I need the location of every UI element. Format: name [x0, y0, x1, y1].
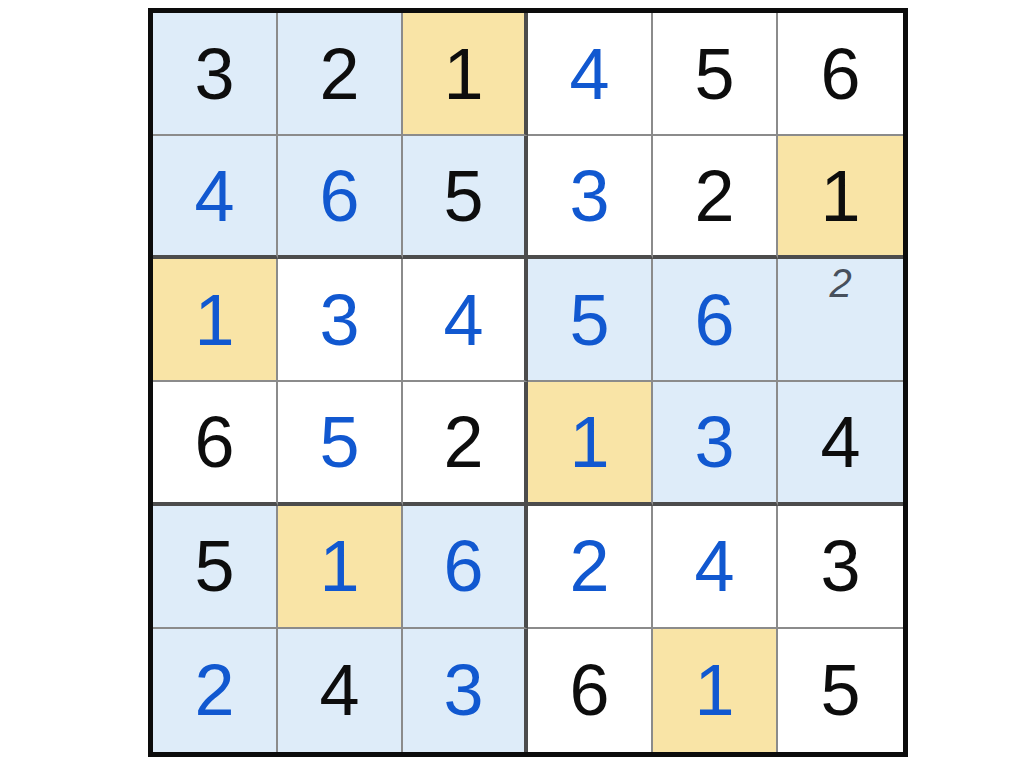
cell-value: 1: [194, 284, 234, 356]
page: 321456465321134562652134516243243615: [0, 0, 1024, 771]
cell-r4c5[interactable]: 3: [653, 382, 778, 505]
cell-value: 3: [443, 654, 483, 726]
cell-r3c3[interactable]: 4: [403, 259, 528, 382]
cell-r6c2[interactable]: 4: [278, 629, 403, 752]
cell-value: 4: [569, 38, 609, 110]
cell-value: 6: [443, 530, 483, 602]
cell-r3c6[interactable]: 2: [778, 259, 903, 382]
cell-r6c6[interactable]: 5: [778, 629, 903, 752]
cell-r2c5[interactable]: 2: [653, 136, 778, 259]
cell-value: 2: [443, 406, 483, 478]
cell-r5c2[interactable]: 1: [278, 506, 403, 629]
cell-r1c3[interactable]: 1: [403, 13, 528, 136]
cell-value: 2: [569, 530, 609, 602]
cell-r6c1[interactable]: 2: [153, 629, 278, 752]
cell-r6c5[interactable]: 1: [653, 629, 778, 752]
cell-value: 4: [319, 654, 359, 726]
cell-r2c2[interactable]: 6: [278, 136, 403, 259]
cell-r4c1[interactable]: 6: [153, 382, 278, 505]
cell-r4c3[interactable]: 2: [403, 382, 528, 505]
cell-r3c4[interactable]: 5: [528, 259, 653, 382]
cell-value: 3: [319, 284, 359, 356]
cell-value: 2: [319, 38, 359, 110]
cell-r1c1[interactable]: 3: [153, 13, 278, 136]
cell-value: 5: [694, 38, 734, 110]
cell-r3c1[interactable]: 1: [153, 259, 278, 382]
cell-r1c4[interactable]: 4: [528, 13, 653, 136]
cell-value: 1: [569, 406, 609, 478]
cell-r2c4[interactable]: 3: [528, 136, 653, 259]
cell-value: 1: [319, 530, 359, 602]
cell-r1c5[interactable]: 5: [653, 13, 778, 136]
cell-r4c2[interactable]: 5: [278, 382, 403, 505]
cell-value: 2: [194, 654, 234, 726]
cell-value: 1: [694, 654, 734, 726]
cell-value: 5: [194, 530, 234, 602]
cell-value: 4: [694, 530, 734, 602]
cell-r5c5[interactable]: 4: [653, 506, 778, 629]
cell-r6c4[interactable]: 6: [528, 629, 653, 752]
cell-value: 6: [694, 284, 734, 356]
cell-r4c6[interactable]: 4: [778, 382, 903, 505]
cell-value: 3: [820, 530, 860, 602]
cell-value: 2: [694, 160, 734, 232]
cell-value: 3: [569, 160, 609, 232]
cell-r1c2[interactable]: 2: [278, 13, 403, 136]
cell-r5c3[interactable]: 6: [403, 506, 528, 629]
cell-value: 4: [194, 160, 234, 232]
cell-r6c3[interactable]: 3: [403, 629, 528, 752]
cell-value: 5: [443, 160, 483, 232]
cell-r3c2[interactable]: 3: [278, 259, 403, 382]
cell-value: 1: [820, 160, 860, 232]
sudoku-board: 321456465321134562652134516243243615: [148, 8, 908, 757]
cell-value: 3: [194, 38, 234, 110]
cell-r5c1[interactable]: 5: [153, 506, 278, 629]
cell-value: 6: [820, 38, 860, 110]
cell-r2c6[interactable]: 1: [778, 136, 903, 259]
cell-r2c1[interactable]: 4: [153, 136, 278, 259]
cell-r1c6[interactable]: 6: [778, 13, 903, 136]
cell-r2c3[interactable]: 5: [403, 136, 528, 259]
cell-value: 6: [194, 406, 234, 478]
cell-value: 4: [820, 406, 860, 478]
cell-value: 5: [319, 406, 359, 478]
pencil-note: 2: [829, 263, 851, 303]
cell-r5c4[interactable]: 2: [528, 506, 653, 629]
cell-value: 6: [319, 160, 359, 232]
cell-r5c6[interactable]: 3: [778, 506, 903, 629]
cell-value: 1: [443, 38, 483, 110]
cell-value: 5: [569, 284, 609, 356]
cell-value: 3: [694, 406, 734, 478]
cell-r4c4[interactable]: 1: [528, 382, 653, 505]
cell-value: 6: [569, 654, 609, 726]
cell-value: 5: [820, 654, 860, 726]
cell-r3c5[interactable]: 6: [653, 259, 778, 382]
cell-value: 4: [443, 284, 483, 356]
